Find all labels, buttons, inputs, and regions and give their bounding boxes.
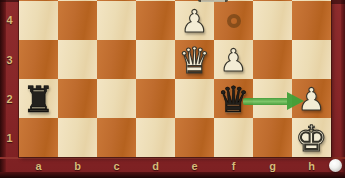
- white-side-indicator-dot: [329, 159, 342, 172]
- square-f1[interactable]: [214, 118, 253, 157]
- chess-app-window: ♟♛♟♜♛♟♚ 4321abcdefgh: [0, 0, 345, 178]
- square-f3[interactable]: ♟: [214, 40, 253, 79]
- white-king-h1[interactable]: ♚: [292, 119, 331, 158]
- square-e3[interactable]: ♛: [175, 40, 214, 79]
- square-e4[interactable]: ♟: [175, 1, 214, 40]
- offscreen-piece-base: [198, 0, 228, 2]
- square-g4[interactable]: [253, 1, 292, 40]
- frame-top-right-shadow: [331, 0, 345, 4]
- ring-annotation-f4: [227, 14, 241, 28]
- chess-board: ♟♛♟♜♛♟♚: [19, 0, 331, 157]
- rank-label-2: 2: [0, 93, 19, 105]
- square-b4[interactable]: [58, 1, 97, 40]
- file-label-a: a: [35, 160, 41, 172]
- rank-label-3: 3: [0, 54, 19, 66]
- square-d3[interactable]: [136, 40, 175, 79]
- file-label-e: e: [191, 160, 197, 172]
- arrow-shaft: [243, 98, 288, 105]
- frame-left-edge: [0, 0, 6, 178]
- square-d4[interactable]: [136, 1, 175, 40]
- square-h1[interactable]: ♚: [292, 118, 331, 157]
- square-a3[interactable]: [19, 40, 58, 79]
- square-a4[interactable]: [19, 1, 58, 40]
- file-label-f: f: [232, 160, 236, 172]
- square-h3[interactable]: [292, 40, 331, 79]
- square-g1[interactable]: [253, 118, 292, 157]
- file-label-h: h: [308, 160, 315, 172]
- square-c3[interactable]: [97, 40, 136, 79]
- frame-right-edge: [341, 0, 345, 178]
- file-label-c: c: [113, 160, 119, 172]
- square-a1[interactable]: [19, 118, 58, 157]
- square-d1[interactable]: [136, 118, 175, 157]
- square-e2[interactable]: [175, 79, 214, 118]
- square-b1[interactable]: [58, 118, 97, 157]
- rank-label-4: 4: [0, 14, 19, 26]
- file-label-g: g: [269, 160, 276, 172]
- frame-bottom-edge: [0, 172, 345, 178]
- frame-top-left-shadow: [0, 0, 19, 2]
- file-label-d: d: [152, 160, 159, 172]
- white-pawn-f3[interactable]: ♟: [214, 41, 253, 80]
- white-queen-e3[interactable]: ♛: [175, 41, 214, 80]
- square-f4[interactable]: [214, 1, 253, 40]
- square-g3[interactable]: [253, 40, 292, 79]
- move-arrow-f2-h2: [243, 92, 305, 110]
- square-b2[interactable]: [58, 79, 97, 118]
- white-pawn-e4[interactable]: ♟: [175, 2, 214, 41]
- square-e1[interactable]: [175, 118, 214, 157]
- black-rook-a2[interactable]: ♜: [19, 80, 58, 119]
- rank-label-1: 1: [0, 132, 19, 144]
- square-h4[interactable]: [292, 1, 331, 40]
- file-label-b: b: [74, 160, 81, 172]
- square-c2[interactable]: [97, 79, 136, 118]
- arrow-head-icon: [287, 92, 304, 110]
- square-c4[interactable]: [97, 1, 136, 40]
- square-b3[interactable]: [58, 40, 97, 79]
- square-d2[interactable]: [136, 79, 175, 118]
- square-a2[interactable]: ♜: [19, 79, 58, 118]
- square-c1[interactable]: [97, 118, 136, 157]
